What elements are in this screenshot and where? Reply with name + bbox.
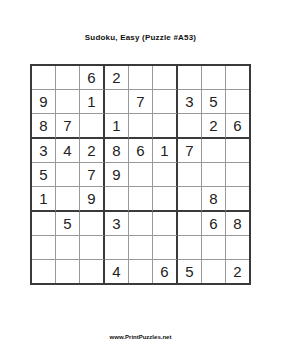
- cell-r2c7[interactable]: 3: [178, 90, 202, 114]
- cell-r6c6[interactable]: [153, 187, 178, 212]
- cell-r9c4[interactable]: 4: [105, 260, 129, 283]
- cell-r7c9[interactable]: 8: [226, 212, 249, 236]
- cell-r3c8[interactable]: 2: [202, 114, 226, 139]
- cell-r9c7[interactable]: 5: [178, 260, 202, 283]
- cell-r3c4[interactable]: 1: [105, 114, 129, 139]
- cell-r2c2[interactable]: [56, 90, 80, 114]
- cell-r4c5[interactable]: 6: [129, 139, 153, 163]
- cell-r5c3[interactable]: 7: [80, 163, 105, 187]
- cell-r2c6[interactable]: [153, 90, 178, 114]
- cell-r1c5[interactable]: [129, 66, 153, 90]
- cell-r3c7[interactable]: [178, 114, 202, 139]
- cell-r6c2[interactable]: [56, 187, 80, 212]
- cell-r5c5[interactable]: [129, 163, 153, 187]
- cell-r7c6[interactable]: [153, 212, 178, 236]
- cell-r7c4[interactable]: 3: [105, 212, 129, 236]
- cell-r4c2[interactable]: 4: [56, 139, 80, 163]
- cell-r8c7[interactable]: [178, 236, 202, 260]
- cell-r6c1[interactable]: 1: [32, 187, 56, 212]
- cell-r6c9[interactable]: [226, 187, 249, 212]
- cell-r8c1[interactable]: [32, 236, 56, 260]
- cell-r9c2[interactable]: [56, 260, 80, 283]
- cell-r4c6[interactable]: 1: [153, 139, 178, 163]
- cell-r2c8[interactable]: 5: [202, 90, 226, 114]
- cell-r1c8[interactable]: [202, 66, 226, 90]
- cell-r6c7[interactable]: [178, 187, 202, 212]
- sudoku-board: 629173587126342861757919853684652: [30, 64, 251, 285]
- cell-r3c2[interactable]: 7: [56, 114, 80, 139]
- cell-r1c7[interactable]: [178, 66, 202, 90]
- cell-r5c9[interactable]: [226, 163, 249, 187]
- cell-r7c7[interactable]: [178, 212, 202, 236]
- cell-r4c7[interactable]: 7: [178, 139, 202, 163]
- footer-url: www.PrintPuzzles.net: [0, 334, 281, 340]
- cell-r2c1[interactable]: 9: [32, 90, 56, 114]
- cell-r8c3[interactable]: [80, 236, 105, 260]
- cell-r1c4[interactable]: 2: [105, 66, 129, 90]
- cell-r1c6[interactable]: [153, 66, 178, 90]
- cell-r7c8[interactable]: 6: [202, 212, 226, 236]
- cell-r5c6[interactable]: [153, 163, 178, 187]
- cell-r4c3[interactable]: 2: [80, 139, 105, 163]
- cell-r4c8[interactable]: [202, 139, 226, 163]
- cell-r9c5[interactable]: [129, 260, 153, 283]
- cell-r1c2[interactable]: [56, 66, 80, 90]
- cell-r8c2[interactable]: [56, 236, 80, 260]
- cell-r3c6[interactable]: [153, 114, 178, 139]
- cell-r9c1[interactable]: [32, 260, 56, 283]
- cell-r2c9[interactable]: [226, 90, 249, 114]
- cell-r7c1[interactable]: [32, 212, 56, 236]
- cell-r8c8[interactable]: [202, 236, 226, 260]
- cell-r6c8[interactable]: 8: [202, 187, 226, 212]
- cell-r4c9[interactable]: [226, 139, 249, 163]
- cell-r1c3[interactable]: 6: [80, 66, 105, 90]
- cell-r6c4[interactable]: [105, 187, 129, 212]
- cell-r5c4[interactable]: 9: [105, 163, 129, 187]
- cell-r4c4[interactable]: 8: [105, 139, 129, 163]
- cell-r8c6[interactable]: [153, 236, 178, 260]
- cell-r3c1[interactable]: 8: [32, 114, 56, 139]
- cell-r5c2[interactable]: [56, 163, 80, 187]
- cell-r1c9[interactable]: [226, 66, 249, 90]
- page-title: Sudoku, Easy (Puzzle #A53): [0, 33, 281, 42]
- cell-r7c5[interactable]: [129, 212, 153, 236]
- cell-r5c8[interactable]: [202, 163, 226, 187]
- cell-r3c5[interactable]: [129, 114, 153, 139]
- cell-r6c3[interactable]: 9: [80, 187, 105, 212]
- cell-r7c3[interactable]: [80, 212, 105, 236]
- cell-r2c3[interactable]: 1: [80, 90, 105, 114]
- cell-r4c1[interactable]: 3: [32, 139, 56, 163]
- cell-r2c5[interactable]: 7: [129, 90, 153, 114]
- cell-r3c9[interactable]: 6: [226, 114, 249, 139]
- cell-r9c3[interactable]: [80, 260, 105, 283]
- cell-r8c9[interactable]: [226, 236, 249, 260]
- cell-r9c6[interactable]: 6: [153, 260, 178, 283]
- cell-r5c1[interactable]: 5: [32, 163, 56, 187]
- cell-r1c1[interactable]: [32, 66, 56, 90]
- cell-r3c3[interactable]: [80, 114, 105, 139]
- cell-r9c8[interactable]: [202, 260, 226, 283]
- cell-r8c4[interactable]: [105, 236, 129, 260]
- cell-r6c5[interactable]: [129, 187, 153, 212]
- cell-r5c7[interactable]: [178, 163, 202, 187]
- cell-r2c4[interactable]: [105, 90, 129, 114]
- cell-r7c2[interactable]: 5: [56, 212, 80, 236]
- cell-r8c5[interactable]: [129, 236, 153, 260]
- cell-r9c9[interactable]: 2: [226, 260, 249, 283]
